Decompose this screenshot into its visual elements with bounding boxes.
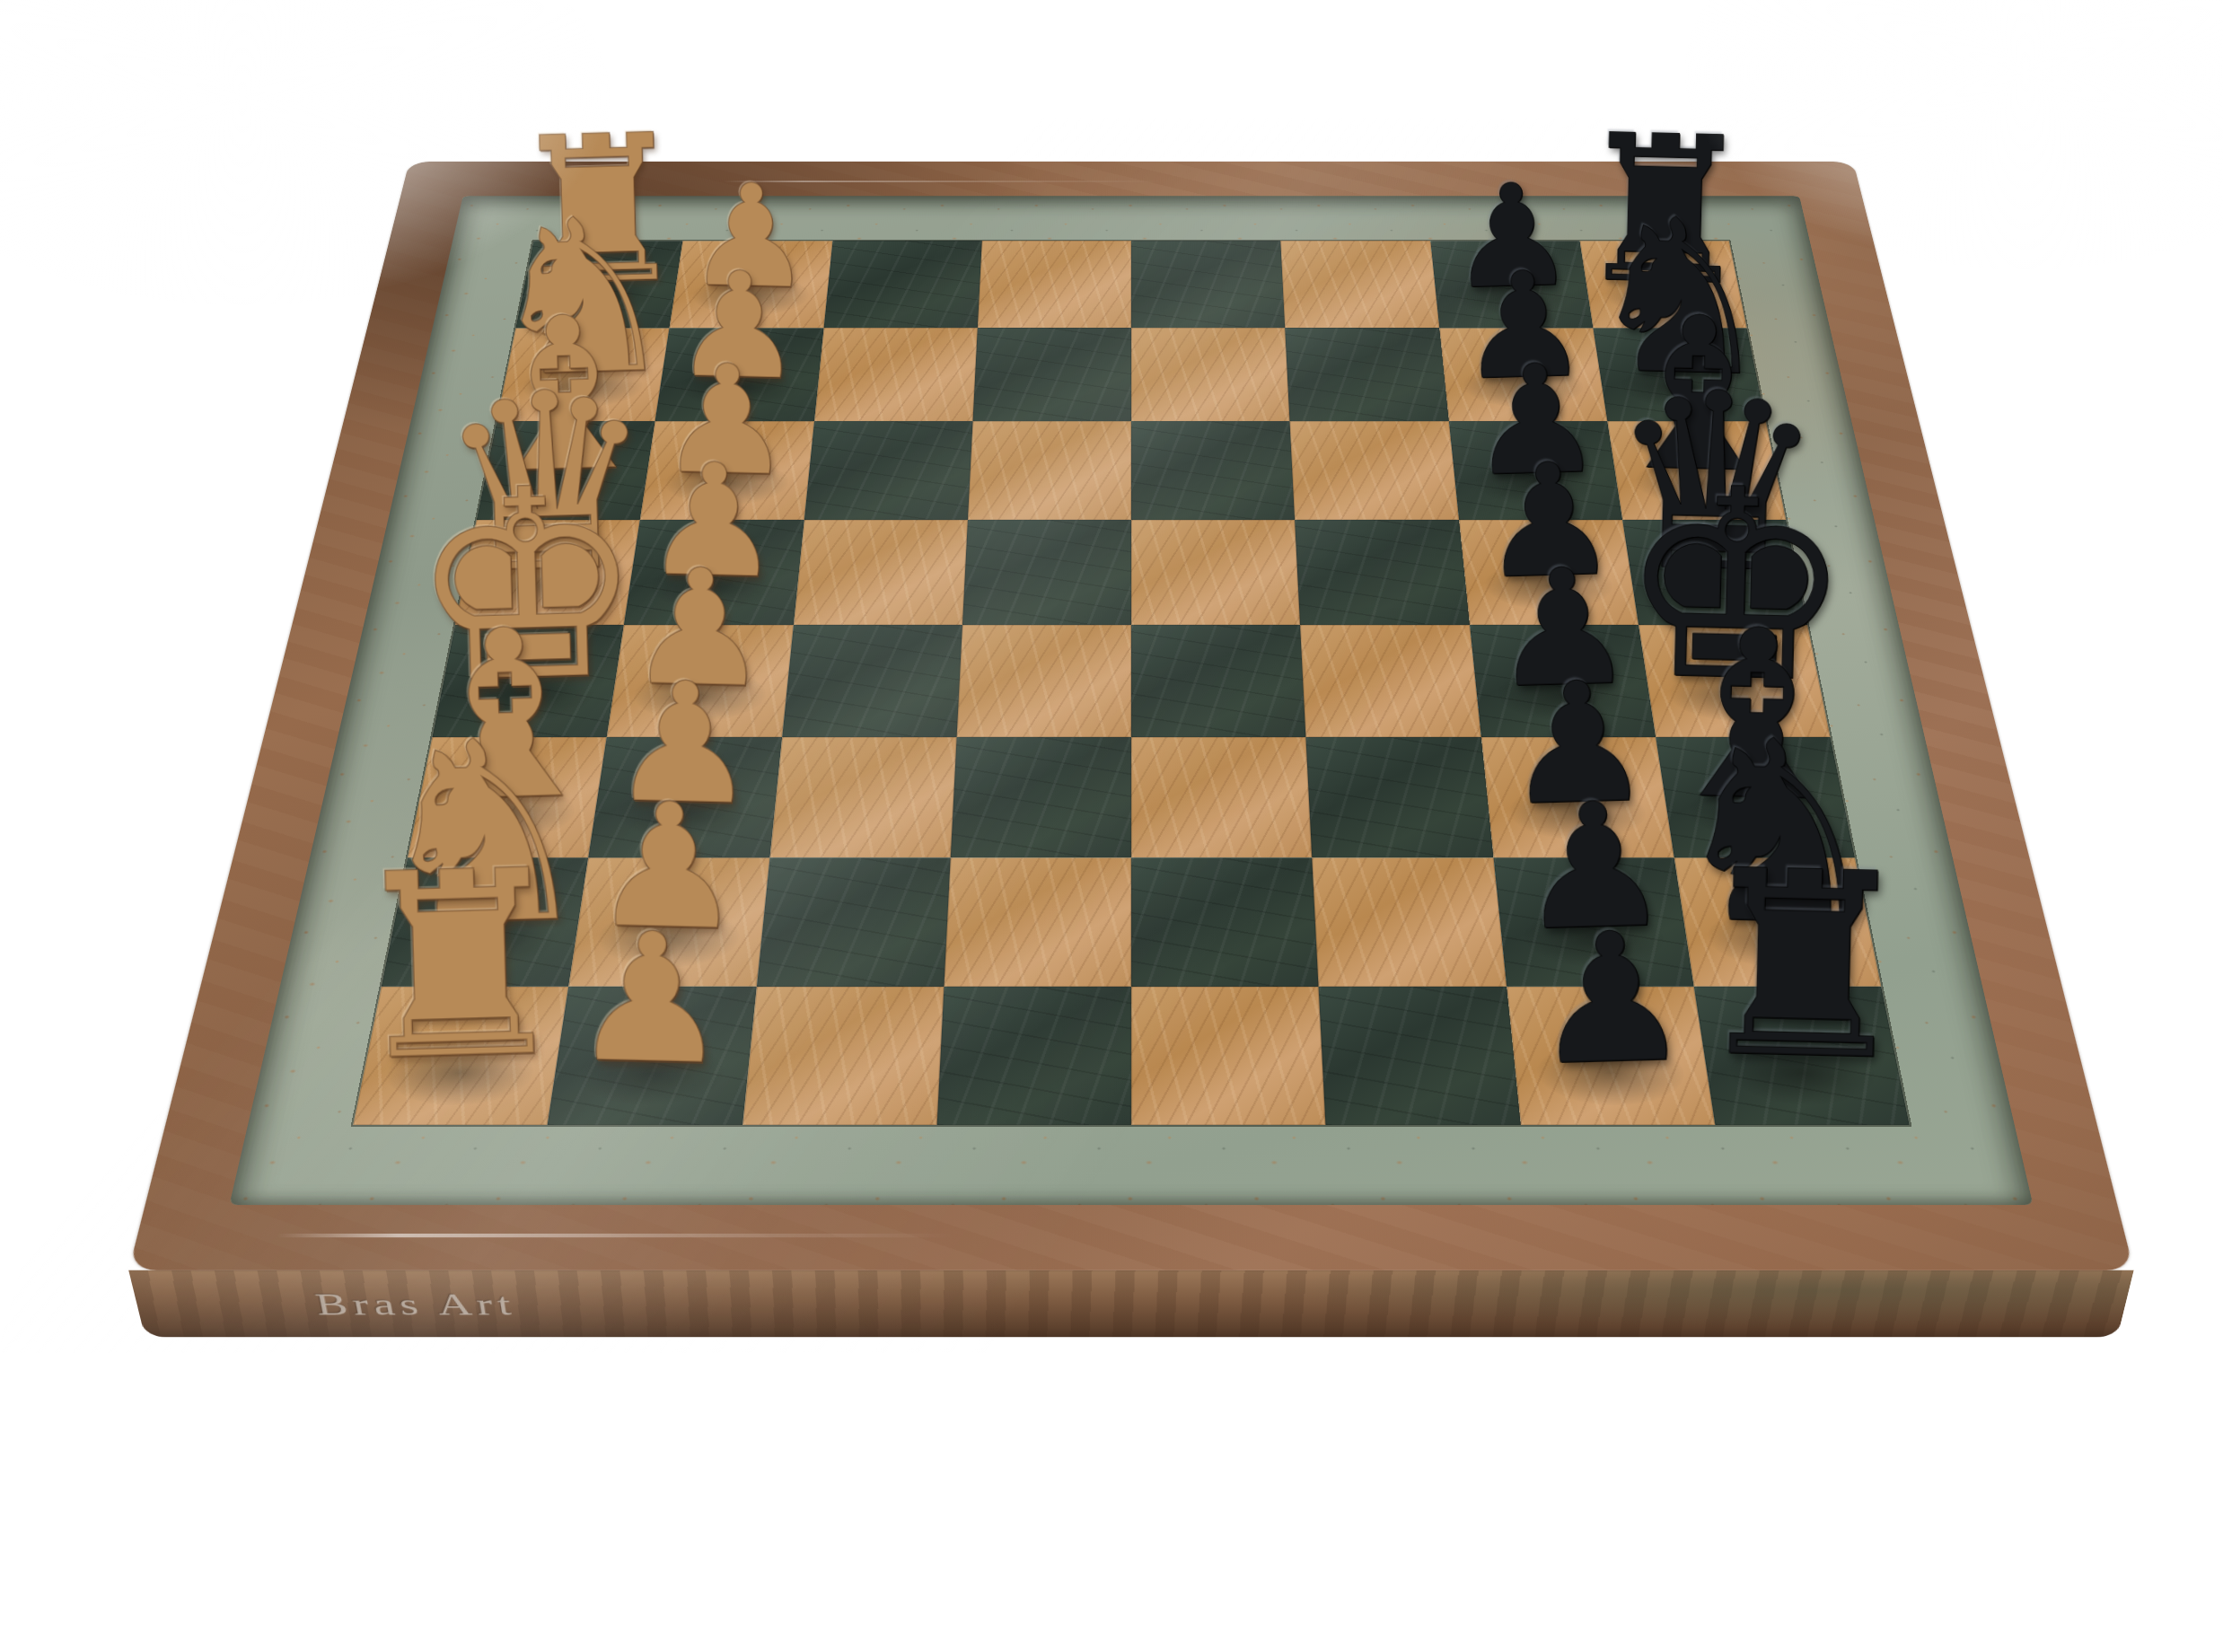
square-d3 bbox=[793, 520, 967, 625]
square-h1: ♜ bbox=[353, 987, 568, 1125]
square-d5 bbox=[1131, 520, 1300, 625]
square-b5 bbox=[1131, 329, 1290, 421]
square-a5 bbox=[1131, 241, 1285, 328]
square-g4 bbox=[944, 857, 1131, 987]
brand-engraving: Bras Art bbox=[312, 1287, 519, 1322]
square-f6 bbox=[1306, 737, 1493, 857]
square-h3 bbox=[742, 987, 945, 1125]
square-d6 bbox=[1295, 520, 1469, 625]
square-h2: ♟ bbox=[548, 987, 756, 1125]
square-e4 bbox=[956, 625, 1131, 737]
square-h7: ♟ bbox=[1507, 987, 1715, 1125]
black-rook: ♜ bbox=[1686, 837, 1920, 1097]
square-h4 bbox=[936, 987, 1131, 1125]
square-c5 bbox=[1131, 421, 1295, 520]
perspective-stage: ♜♟♟♜♞♟♟♞♝♟♟♝♛♟♟♛♚♟♟♚♝♟♟♝♞♟♟♞♜♟♟♜ Bras Ar… bbox=[0, 0, 2223, 1652]
square-a4 bbox=[978, 241, 1131, 328]
square-g6 bbox=[1312, 857, 1506, 987]
chess-board: ♜♟♟♜♞♟♟♞♝♟♟♝♛♟♟♛♚♟♟♚♝♟♟♝♞♟♟♞♜♟♟♜ Bras Ar… bbox=[128, 162, 2134, 1270]
square-g3 bbox=[756, 857, 950, 987]
product-photo-canvas: ♜♟♟♜♞♟♟♞♝♟♟♝♛♟♟♛♚♟♟♚♝♟♟♝♞♟♟♞♜♟♟♜ Bras Ar… bbox=[0, 0, 2223, 1652]
square-e6 bbox=[1300, 625, 1481, 737]
black-pawn: ♟ bbox=[1529, 908, 1694, 1091]
square-h5 bbox=[1131, 987, 1326, 1125]
square-g5 bbox=[1131, 857, 1319, 987]
square-c3 bbox=[804, 421, 972, 520]
square-e3 bbox=[782, 625, 962, 737]
square-c4 bbox=[968, 421, 1131, 520]
square-e5 bbox=[1131, 625, 1306, 737]
square-b3 bbox=[814, 329, 978, 421]
white-rook: ♜ bbox=[342, 836, 577, 1097]
square-d4 bbox=[962, 520, 1131, 625]
square-h6 bbox=[1319, 987, 1521, 1125]
square-f4 bbox=[951, 737, 1131, 857]
square-a3 bbox=[823, 241, 981, 328]
checkerboard: ♜♟♟♜♞♟♟♞♝♟♟♝♛♟♟♛♚♟♟♚♝♟♟♝♞♟♟♞♜♟♟♜ bbox=[353, 241, 1910, 1125]
board-front-face: Bras Art bbox=[128, 1270, 2134, 1338]
square-c6 bbox=[1290, 421, 1459, 520]
square-b6 bbox=[1285, 329, 1448, 421]
white-pawn: ♟ bbox=[569, 908, 734, 1090]
square-f5 bbox=[1131, 737, 1312, 857]
square-a6 bbox=[1280, 241, 1438, 328]
square-h8: ♜ bbox=[1693, 987, 1909, 1125]
square-b4 bbox=[972, 329, 1131, 421]
square-f3 bbox=[769, 737, 956, 857]
frame-scratch-glint bbox=[276, 1234, 952, 1238]
